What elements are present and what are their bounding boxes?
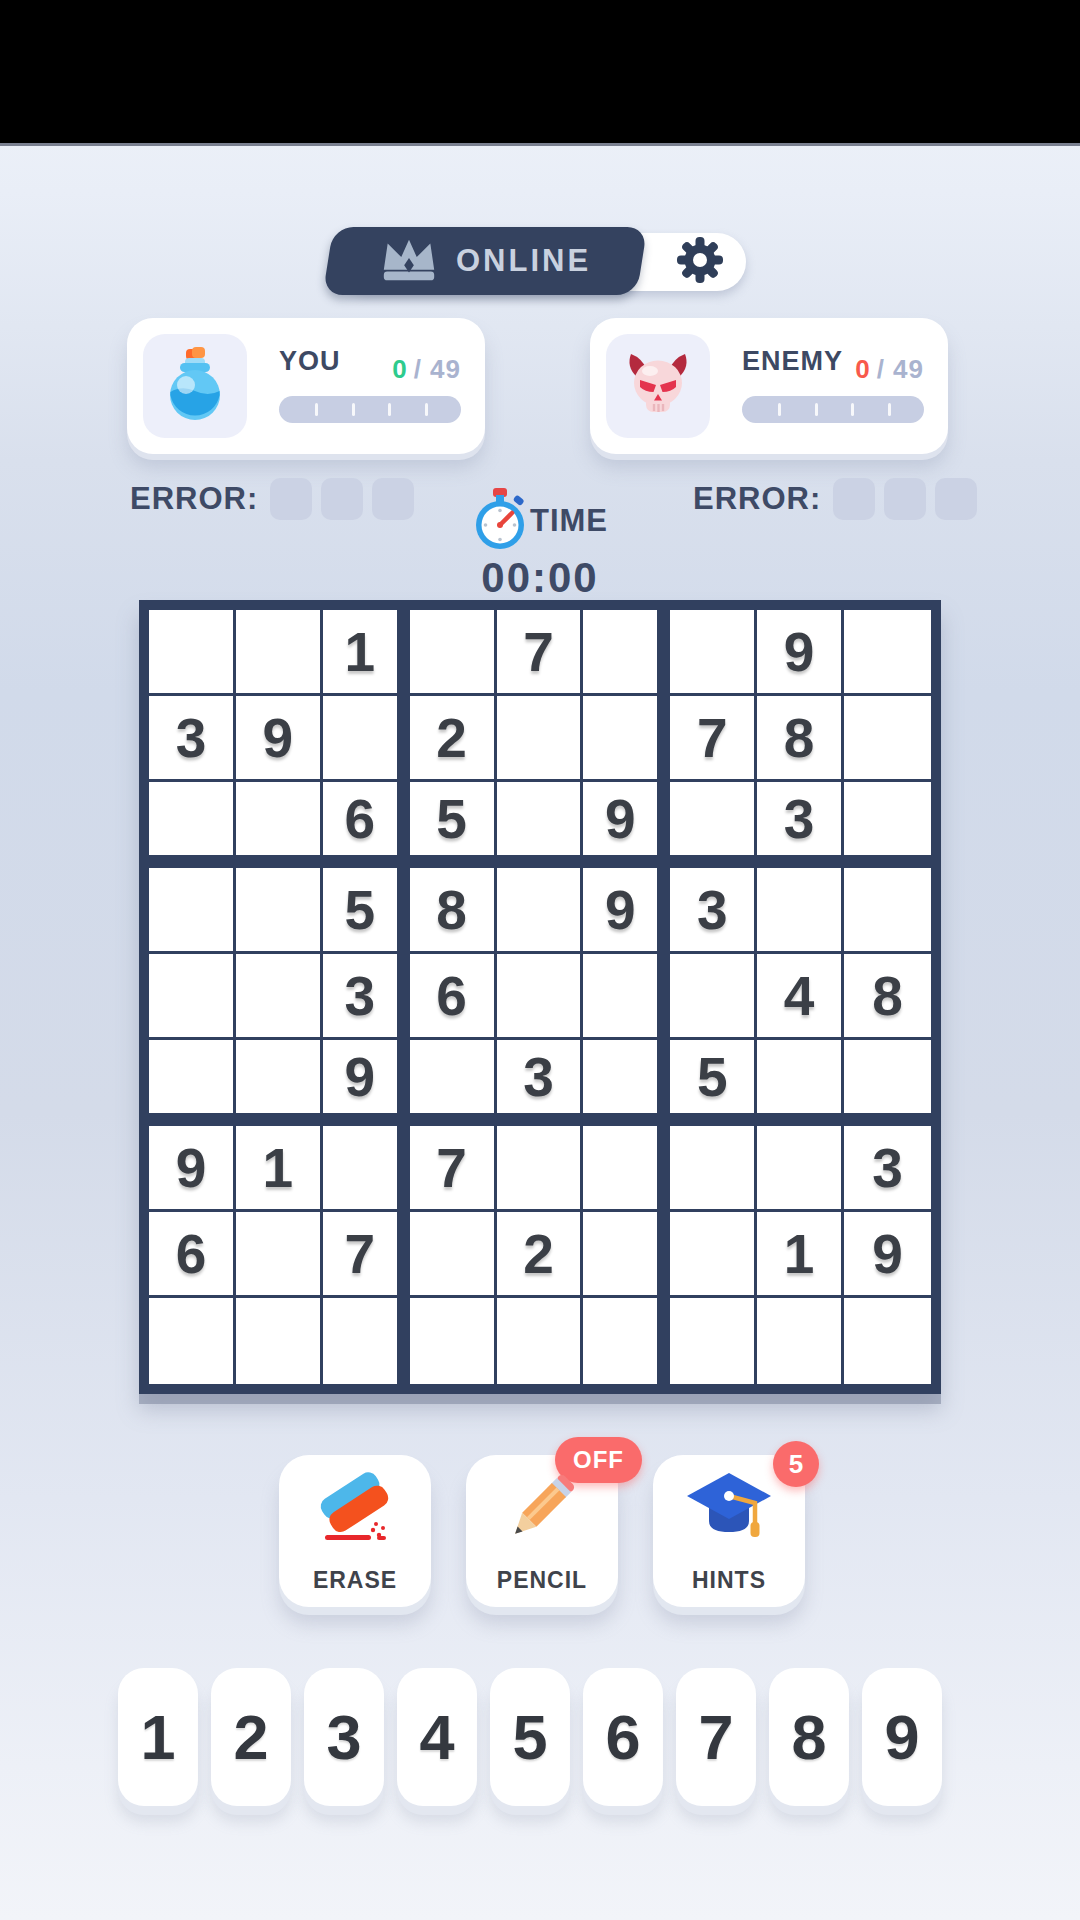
cell-r9c8[interactable] xyxy=(757,1298,844,1384)
error-slot xyxy=(935,478,977,520)
error-slot xyxy=(833,478,875,520)
enemy-avatar-tile xyxy=(606,334,710,438)
cell-r7c7[interactable] xyxy=(670,1126,757,1212)
cell-r8c8[interactable]: 1 xyxy=(757,1212,844,1298)
cell-r6c3[interactable]: 9 xyxy=(323,1040,410,1126)
cell-r1c2[interactable] xyxy=(236,610,323,696)
cell-r3c1[interactable] xyxy=(149,782,236,868)
error-counter-you: ERROR: xyxy=(130,478,414,520)
timer: TIME 00:00 xyxy=(420,488,660,602)
cell-r5c9[interactable]: 8 xyxy=(844,954,931,1040)
player-card-enemy: ENEMY 0/ 49 xyxy=(590,318,948,454)
cell-r6c6[interactable] xyxy=(583,1040,670,1126)
cell-r9c6[interactable] xyxy=(583,1298,670,1384)
num-button-5[interactable]: 5 xyxy=(490,1668,570,1806)
cell-r8c4[interactable] xyxy=(410,1212,497,1298)
potion-icon xyxy=(162,347,228,425)
settings-button[interactable] xyxy=(674,236,726,288)
sudoku-online-screen: ONLINE xyxy=(0,0,1080,1920)
timer-value: 00:00 xyxy=(420,554,660,602)
error-slots-you xyxy=(270,478,414,520)
num-button-3[interactable]: 3 xyxy=(304,1668,384,1806)
cell-r9c9[interactable] xyxy=(844,1298,931,1384)
eraser-icon xyxy=(309,1467,401,1553)
you-score-value: 0 xyxy=(392,354,407,384)
you-progress-bar xyxy=(279,396,461,423)
cell-r2c7[interactable]: 7 xyxy=(670,696,757,782)
cell-r3c4[interactable]: 5 xyxy=(410,782,497,868)
pencil-button[interactable]: OFF PENCIL xyxy=(466,1455,618,1607)
cell-r2c3[interactable] xyxy=(323,696,410,782)
you-name: YOU xyxy=(279,346,341,377)
cell-r1c6[interactable] xyxy=(583,610,670,696)
stopwatch-icon xyxy=(472,488,528,554)
cell-r5c3[interactable]: 3 xyxy=(323,954,410,1040)
sudoku-board: 17939278659358933648935917367219 xyxy=(139,600,941,1394)
cell-r7c8[interactable] xyxy=(757,1126,844,1212)
cell-r6c2[interactable] xyxy=(236,1040,323,1126)
cell-r3c8[interactable]: 3 xyxy=(757,782,844,868)
error-label-enemy: ERROR: xyxy=(693,481,821,517)
num-button-9[interactable]: 9 xyxy=(862,1668,942,1806)
cell-r7c4[interactable]: 7 xyxy=(410,1126,497,1212)
cell-r5c6[interactable] xyxy=(583,954,670,1040)
erase-button[interactable]: ERASE xyxy=(279,1455,431,1607)
hints-label: HINTS xyxy=(653,1567,805,1594)
cell-r8c1[interactable]: 6 xyxy=(149,1212,236,1298)
enemy-score: 0/ 49 xyxy=(855,354,924,385)
pencil-label: PENCIL xyxy=(466,1567,618,1594)
cell-r2c4[interactable]: 2 xyxy=(410,696,497,782)
you-score: 0/ 49 xyxy=(392,354,461,385)
cell-r7c1[interactable]: 9 xyxy=(149,1126,236,1212)
error-label-you: ERROR: xyxy=(130,481,258,517)
error-slot xyxy=(884,478,926,520)
cell-r4c5[interactable] xyxy=(497,868,584,954)
cell-r8c2[interactable] xyxy=(236,1212,323,1298)
number-pad: 123456789 xyxy=(118,1668,942,1806)
cell-r4c7[interactable]: 3 xyxy=(670,868,757,954)
cell-r2c2[interactable]: 9 xyxy=(236,696,323,782)
cell-r2c1[interactable]: 3 xyxy=(149,696,236,782)
enemy-progress-bar xyxy=(742,396,924,423)
num-button-1[interactable]: 1 xyxy=(118,1668,198,1806)
crown-icon xyxy=(378,236,440,286)
num-button-4[interactable]: 4 xyxy=(397,1668,477,1806)
error-counter-enemy: ERROR: xyxy=(693,478,977,520)
cell-r4c8[interactable] xyxy=(757,868,844,954)
cell-r3c3[interactable]: 6 xyxy=(323,782,410,868)
cell-r8c6[interactable] xyxy=(583,1212,670,1298)
cell-r5c2[interactable] xyxy=(236,954,323,1040)
cell-r3c5[interactable] xyxy=(497,782,584,868)
cell-r2c5[interactable] xyxy=(497,696,584,782)
num-button-6[interactable]: 6 xyxy=(583,1668,663,1806)
cell-r4c3[interactable]: 5 xyxy=(323,868,410,954)
cell-r3c2[interactable] xyxy=(236,782,323,868)
cell-r5c4[interactable]: 6 xyxy=(410,954,497,1040)
status-bar xyxy=(0,0,1080,146)
cell-r4c9[interactable] xyxy=(844,868,931,954)
gear-icon xyxy=(675,235,725,289)
cell-r5c1[interactable] xyxy=(149,954,236,1040)
cell-r2c8[interactable]: 8 xyxy=(757,696,844,782)
cell-r1c5[interactable]: 7 xyxy=(497,610,584,696)
cell-r7c2[interactable]: 1 xyxy=(236,1126,323,1212)
hints-count-badge: 5 xyxy=(773,1441,819,1487)
cell-r6c4[interactable] xyxy=(410,1040,497,1126)
cell-r4c1[interactable] xyxy=(149,868,236,954)
you-avatar-tile xyxy=(143,334,247,438)
cell-r7c9[interactable]: 3 xyxy=(844,1126,931,1212)
num-button-2[interactable]: 2 xyxy=(211,1668,291,1806)
cell-r9c2[interactable] xyxy=(236,1298,323,1384)
cell-r2c6[interactable] xyxy=(583,696,670,782)
erase-label: ERASE xyxy=(279,1567,431,1594)
cell-r2c9[interactable] xyxy=(844,696,931,782)
cell-r7c3[interactable] xyxy=(323,1126,410,1212)
error-slot xyxy=(270,478,312,520)
cell-r4c6[interactable]: 9 xyxy=(583,868,670,954)
hints-button[interactable]: 5 HINTS xyxy=(653,1455,805,1607)
cell-r3c6[interactable]: 9 xyxy=(583,782,670,868)
cell-r1c1[interactable] xyxy=(149,610,236,696)
cell-r6c1[interactable] xyxy=(149,1040,236,1126)
cell-r9c5[interactable] xyxy=(497,1298,584,1384)
mode-label: ONLINE xyxy=(456,243,591,279)
cell-r9c3[interactable] xyxy=(323,1298,410,1384)
cell-r4c2[interactable] xyxy=(236,868,323,954)
cell-r1c9[interactable] xyxy=(844,610,931,696)
cell-r3c7[interactable] xyxy=(670,782,757,868)
cell-r8c3[interactable]: 7 xyxy=(323,1212,410,1298)
cell-r5c7[interactable] xyxy=(670,954,757,1040)
you-score-total: / 49 xyxy=(414,354,461,384)
pencil-icon xyxy=(498,1467,586,1559)
error-slots-enemy xyxy=(833,478,977,520)
cell-r6c5[interactable]: 3 xyxy=(497,1040,584,1126)
header-pill: ONLINE xyxy=(338,233,746,291)
cell-r6c7[interactable]: 5 xyxy=(670,1040,757,1126)
devil-skull-icon xyxy=(622,351,694,421)
cell-r1c4[interactable] xyxy=(410,610,497,696)
game-mode-flag: ONLINE xyxy=(323,227,648,295)
cell-r6c9[interactable] xyxy=(844,1040,931,1126)
player-card-you: YOU 0/ 49 xyxy=(127,318,485,454)
cell-r4c4[interactable]: 8 xyxy=(410,868,497,954)
cell-r9c7[interactable] xyxy=(670,1298,757,1384)
cell-r1c8[interactable]: 9 xyxy=(757,610,844,696)
cell-r1c7[interactable] xyxy=(670,610,757,696)
num-button-7[interactable]: 7 xyxy=(676,1668,756,1806)
cell-r9c1[interactable] xyxy=(149,1298,236,1384)
cell-r5c5[interactable] xyxy=(497,954,584,1040)
cell-r8c5[interactable]: 2 xyxy=(497,1212,584,1298)
num-button-8[interactable]: 8 xyxy=(769,1668,849,1806)
enemy-name: ENEMY xyxy=(742,346,843,377)
error-slot xyxy=(321,478,363,520)
cell-r8c7[interactable] xyxy=(670,1212,757,1298)
cell-r7c5[interactable] xyxy=(497,1126,584,1212)
graduation-cap-icon xyxy=(683,1467,775,1553)
error-slot xyxy=(372,478,414,520)
cell-r9c4[interactable] xyxy=(410,1298,497,1384)
cell-r5c8[interactable]: 4 xyxy=(757,954,844,1040)
timer-label: TIME xyxy=(530,503,608,539)
enemy-score-total: / 49 xyxy=(877,354,924,384)
cell-r8c9[interactable]: 9 xyxy=(844,1212,931,1298)
enemy-score-value: 0 xyxy=(855,354,870,384)
cell-r7c6[interactable] xyxy=(583,1126,670,1212)
cell-r3c9[interactable] xyxy=(844,782,931,868)
cell-r6c8[interactable] xyxy=(757,1040,844,1126)
cell-r1c3[interactable]: 1 xyxy=(323,610,410,696)
